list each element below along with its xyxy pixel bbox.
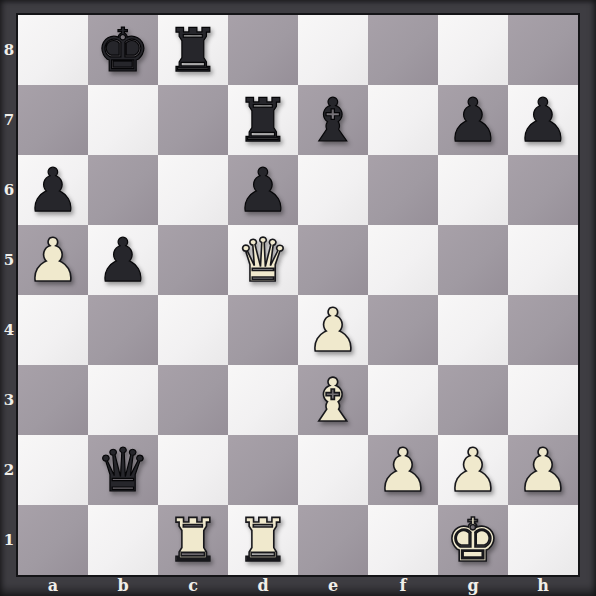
- rank-label-7: 7: [0, 85, 18, 155]
- square-g5[interactable]: [438, 225, 508, 295]
- square-b4[interactable]: [88, 295, 158, 365]
- rank-labels: 87654321: [0, 15, 18, 575]
- file-label-e: e: [298, 576, 368, 595]
- square-d3[interactable]: [228, 365, 298, 435]
- piece-black-pawn-a6[interactable]: ♟: [26, 155, 80, 225]
- square-a1[interactable]: [18, 505, 88, 575]
- square-f1[interactable]: [368, 505, 438, 575]
- piece-white-queen-d5[interactable]: ♛: [236, 225, 290, 295]
- file-label-d: d: [228, 576, 298, 595]
- square-g7[interactable]: ♟: [438, 85, 508, 155]
- square-c4[interactable]: [158, 295, 228, 365]
- square-f8[interactable]: [368, 15, 438, 85]
- square-d5[interactable]: ♛: [228, 225, 298, 295]
- file-labels: abcdefgh: [18, 576, 578, 596]
- square-e3[interactable]: ♝: [298, 365, 368, 435]
- square-h3[interactable]: [508, 365, 578, 435]
- square-c8[interactable]: ♜: [158, 15, 228, 85]
- square-h1[interactable]: [508, 505, 578, 575]
- square-g8[interactable]: [438, 15, 508, 85]
- file-label-g: g: [438, 576, 508, 595]
- square-a6[interactable]: ♟: [18, 155, 88, 225]
- square-b3[interactable]: [88, 365, 158, 435]
- square-c7[interactable]: [158, 85, 228, 155]
- piece-black-rook-d7[interactable]: ♜: [236, 85, 290, 155]
- rank-label-5: 5: [0, 225, 18, 295]
- file-label-a: a: [18, 576, 88, 595]
- square-d2[interactable]: [228, 435, 298, 505]
- square-f5[interactable]: [368, 225, 438, 295]
- piece-white-pawn-a5[interactable]: ♟: [26, 225, 80, 295]
- piece-white-pawn-h2[interactable]: ♟: [516, 435, 570, 505]
- piece-black-pawn-b5[interactable]: ♟: [96, 225, 150, 295]
- square-c2[interactable]: [158, 435, 228, 505]
- square-g3[interactable]: [438, 365, 508, 435]
- square-d4[interactable]: [228, 295, 298, 365]
- square-h4[interactable]: [508, 295, 578, 365]
- piece-black-rook-c8[interactable]: ♜: [166, 15, 220, 85]
- piece-black-king-b8[interactable]: ♚: [96, 15, 150, 85]
- rank-label-2: 2: [0, 435, 18, 505]
- square-d1[interactable]: ♜: [228, 505, 298, 575]
- rank-label-6: 6: [0, 155, 18, 225]
- rank-label-8: 8: [0, 15, 18, 85]
- square-a4[interactable]: [18, 295, 88, 365]
- piece-black-pawn-h7[interactable]: ♟: [516, 85, 570, 155]
- square-g1[interactable]: ♚: [438, 505, 508, 575]
- square-h7[interactable]: ♟: [508, 85, 578, 155]
- piece-black-bishop-e7[interactable]: ♝: [306, 85, 360, 155]
- square-e8[interactable]: [298, 15, 368, 85]
- rank-label-1: 1: [0, 505, 18, 575]
- square-e2[interactable]: [298, 435, 368, 505]
- square-a8[interactable]: [18, 15, 88, 85]
- square-h2[interactable]: ♟: [508, 435, 578, 505]
- square-c3[interactable]: [158, 365, 228, 435]
- square-d7[interactable]: ♜: [228, 85, 298, 155]
- file-label-c: c: [158, 576, 228, 595]
- rank-label-4: 4: [0, 295, 18, 365]
- piece-black-pawn-d6[interactable]: ♟: [236, 155, 290, 225]
- square-g2[interactable]: ♟: [438, 435, 508, 505]
- chess-board: ♚♜♜♝♟♟♟♟♟♟♛♟♝♛♟♟♟♜♜♚: [18, 15, 578, 575]
- square-g4[interactable]: [438, 295, 508, 365]
- square-f3[interactable]: [368, 365, 438, 435]
- square-b5[interactable]: ♟: [88, 225, 158, 295]
- square-f7[interactable]: [368, 85, 438, 155]
- square-a3[interactable]: [18, 365, 88, 435]
- square-b8[interactable]: ♚: [88, 15, 158, 85]
- square-f2[interactable]: ♟: [368, 435, 438, 505]
- file-label-h: h: [508, 576, 578, 595]
- square-b6[interactable]: [88, 155, 158, 225]
- square-e1[interactable]: [298, 505, 368, 575]
- square-a5[interactable]: ♟: [18, 225, 88, 295]
- square-a7[interactable]: [18, 85, 88, 155]
- file-label-b: b: [88, 576, 158, 595]
- square-d8[interactable]: [228, 15, 298, 85]
- square-h6[interactable]: [508, 155, 578, 225]
- square-f6[interactable]: [368, 155, 438, 225]
- piece-white-rook-d1[interactable]: ♜: [236, 505, 290, 575]
- square-h8[interactable]: [508, 15, 578, 85]
- square-e7[interactable]: ♝: [298, 85, 368, 155]
- square-b7[interactable]: [88, 85, 158, 155]
- piece-white-king-g1[interactable]: ♚: [446, 505, 500, 575]
- square-e6[interactable]: [298, 155, 368, 225]
- square-e5[interactable]: [298, 225, 368, 295]
- chess-board-frame: ♚♜♜♝♟♟♟♟♟♟♛♟♝♛♟♟♟♜♜♚ 87654321 abcdefgh: [0, 0, 596, 596]
- square-d6[interactable]: ♟: [228, 155, 298, 225]
- square-g6[interactable]: [438, 155, 508, 225]
- piece-white-bishop-e3[interactable]: ♝: [306, 365, 360, 435]
- piece-white-rook-c1[interactable]: ♜: [166, 505, 220, 575]
- square-f4[interactable]: [368, 295, 438, 365]
- square-c1[interactable]: ♜: [158, 505, 228, 575]
- square-b1[interactable]: [88, 505, 158, 575]
- piece-black-pawn-g7[interactable]: ♟: [446, 85, 500, 155]
- piece-white-pawn-e4[interactable]: ♟: [306, 295, 360, 365]
- rank-label-3: 3: [0, 365, 18, 435]
- square-h5[interactable]: [508, 225, 578, 295]
- piece-white-pawn-f2[interactable]: ♟: [376, 435, 430, 505]
- square-c5[interactable]: [158, 225, 228, 295]
- square-c6[interactable]: [158, 155, 228, 225]
- piece-white-pawn-g2[interactable]: ♟: [446, 435, 500, 505]
- square-b2[interactable]: ♛: [88, 435, 158, 505]
- file-label-f: f: [368, 576, 438, 595]
- piece-black-queen-b2[interactable]: ♛: [96, 435, 150, 505]
- square-e4[interactable]: ♟: [298, 295, 368, 365]
- square-a2[interactable]: [18, 435, 88, 505]
